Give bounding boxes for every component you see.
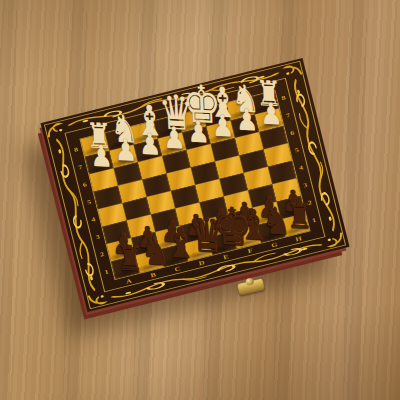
white-pawn[interactable]: ♟	[114, 135, 136, 166]
white-pawn[interactable]: ♟	[260, 99, 282, 130]
white-pawn[interactable]: ♟	[138, 129, 160, 160]
corner-flourish-icon	[323, 231, 346, 250]
black-rook[interactable]: ♜	[116, 241, 138, 277]
white-pawn[interactable]: ♟	[187, 117, 209, 148]
white-pawn[interactable]: ♟	[90, 141, 112, 172]
white-pawn[interactable]: ♟	[235, 105, 257, 136]
white-pawn[interactable]: ♟	[211, 111, 233, 142]
photo-scene: ABCDEFGH 87654321 87654321 ♜♞♝♛♚♝♞♜♟♟♟♟♟…	[0, 0, 400, 400]
white-pawn[interactable]: ♟	[163, 123, 185, 154]
black-knight[interactable]: ♞	[140, 232, 162, 271]
corner-flourish-icon	[86, 290, 109, 309]
